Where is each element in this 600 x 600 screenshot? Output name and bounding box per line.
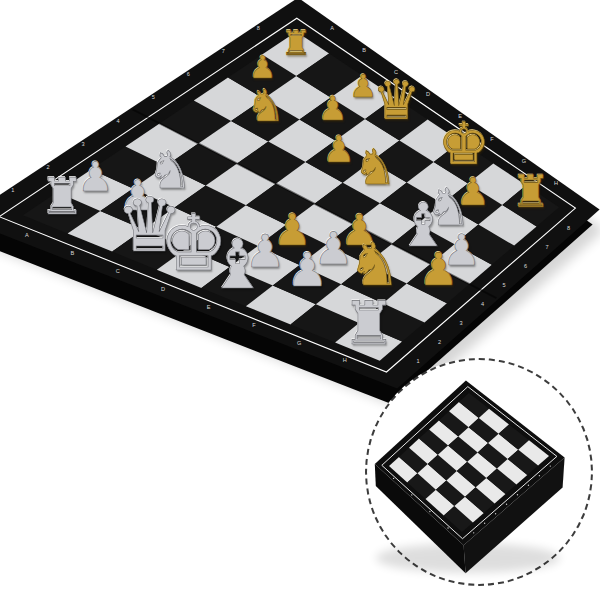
svg-text:C: C (394, 69, 398, 75)
svg-text:B: B (362, 47, 366, 53)
svg-text:D: D (161, 286, 165, 292)
svg-text:E: E (458, 113, 462, 119)
piece-silver-pawn-f2: ♟ (287, 247, 329, 294)
svg-text:F: F (490, 136, 494, 142)
piece-silver-pawn-a2: ♟ (77, 157, 113, 198)
piece-gold-pawn-g7: ♟ (456, 173, 490, 211)
svg-text:7: 7 (222, 48, 225, 54)
piece-silver-bishop-g5: ♝ (397, 195, 451, 255)
svg-text:D: D (426, 91, 430, 97)
piece-gold-rook-h8: ♜ (511, 170, 550, 214)
svg-text:2: 2 (438, 339, 441, 345)
piece-silver-pawn-h5: ♟ (442, 229, 481, 272)
svg-text:6: 6 (187, 71, 190, 77)
svg-text:1: 1 (11, 187, 14, 193)
piece-gold-queen-d8: ♛ (372, 75, 421, 129)
svg-text:8: 8 (567, 225, 570, 231)
svg-text:8: 8 (257, 25, 260, 31)
svg-text:A: A (25, 232, 29, 238)
piece-silver-queen-c1: ♛ (116, 188, 183, 263)
svg-text:4: 4 (481, 301, 484, 307)
piece-gold-pawn-c7: ♟ (318, 92, 348, 125)
svg-text:E: E (207, 304, 211, 310)
svg-text:7: 7 (546, 244, 549, 250)
piece-gold-rook-a8: ♜ (281, 26, 311, 60)
piece-silver-rook-a1: ♜ (40, 172, 85, 222)
piece-silver-knight-g6: ♞ (425, 182, 471, 234)
piece-gold-knight-g3: ♞ (348, 235, 401, 294)
piece-silver-pawn-f3: ♟ (313, 228, 353, 273)
piece-gold-knight-e6: ♞ (353, 143, 397, 192)
svg-text:A: A (330, 25, 334, 31)
svg-text:H: H (554, 180, 558, 186)
svg-text:2: 2 (46, 164, 49, 170)
svg-text:4: 4 (117, 118, 120, 124)
piece-gold-pawn-c8: ♟ (349, 72, 377, 103)
piece-gold-pawn-d6: ♟ (322, 132, 355, 168)
product-photo-scene: AABBCCDDEEFFGGHH1122334455667788 ♜♟♞♟♟♛♟… (0, 0, 600, 600)
svg-text:G: G (522, 158, 526, 164)
piece-gold-king-f8: ♚ (438, 115, 490, 173)
piece-gold-pawn-e3: ♟ (273, 209, 312, 253)
svg-text:H: H (343, 357, 347, 363)
piece-silver-bishop-e1: ♝ (207, 231, 268, 299)
piece-silver-pawn-e2: ♟ (245, 229, 286, 274)
svg-text:B: B (70, 250, 74, 256)
svg-text:3: 3 (460, 320, 463, 326)
piece-silver-knight-b3: ♞ (147, 145, 193, 197)
piece-silver-king-d1: ♚ (159, 205, 228, 282)
piece-gold-pawn-h4: ♟ (418, 247, 458, 292)
svg-text:C: C (116, 268, 120, 274)
piece-silver-rook-h1: ♜ (342, 293, 396, 353)
piece-gold-pawn-a7: ♟ (249, 51, 277, 82)
svg-text:5: 5 (152, 94, 155, 100)
svg-text:1: 1 (417, 358, 420, 364)
svg-text:6: 6 (524, 263, 527, 269)
king-closeup-inset: ♚ (0, 320, 300, 600)
svg-text:3: 3 (81, 141, 84, 147)
piece-gold-knight-b6: ♞ (246, 84, 285, 128)
svg-text:5: 5 (503, 282, 506, 288)
folded-board-inset-circle (365, 358, 593, 586)
piece-silver-pawn-b2: ♟ (119, 175, 156, 217)
piece-gold-pawn-f4: ♟ (340, 209, 378, 252)
